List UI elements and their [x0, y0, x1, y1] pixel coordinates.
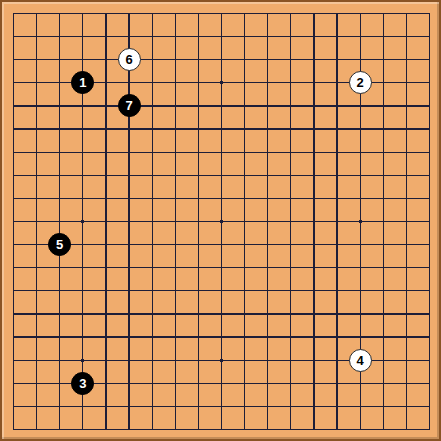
stone-white-2[interactable]: 2 [349, 71, 372, 94]
star-point [81, 220, 84, 223]
grid-line-horizontal [13, 313, 430, 314]
stone-black-1[interactable]: 1 [71, 71, 94, 94]
stone-white-4[interactable]: 4 [349, 349, 372, 372]
grid-line-vertical [406, 13, 407, 430]
go-board[interactable]: 1234567 [0, 0, 441, 441]
star-point [359, 220, 362, 223]
grid-line-horizontal [13, 290, 430, 291]
grid-line-horizontal [13, 336, 430, 337]
stone-white-6[interactable]: 6 [118, 48, 141, 71]
star-point [220, 220, 223, 223]
grid-line-horizontal [13, 244, 430, 245]
star-point [81, 359, 84, 362]
grid-line-vertical [313, 13, 314, 430]
grid-line-vertical [290, 13, 291, 430]
star-point [220, 81, 223, 84]
grid-line-vertical [429, 13, 430, 430]
grid-line-horizontal [13, 406, 430, 407]
star-point [220, 359, 223, 362]
grid-line-horizontal [13, 429, 430, 430]
grid-line-vertical [336, 13, 337, 430]
stone-black-3[interactable]: 3 [71, 372, 94, 395]
stone-black-7[interactable]: 7 [118, 94, 141, 117]
grid-line-vertical [267, 13, 268, 430]
grid-line-vertical [383, 13, 384, 430]
grid-line-vertical [244, 13, 245, 430]
stone-black-5[interactable]: 5 [48, 233, 71, 256]
grid-line-horizontal [13, 267, 430, 268]
